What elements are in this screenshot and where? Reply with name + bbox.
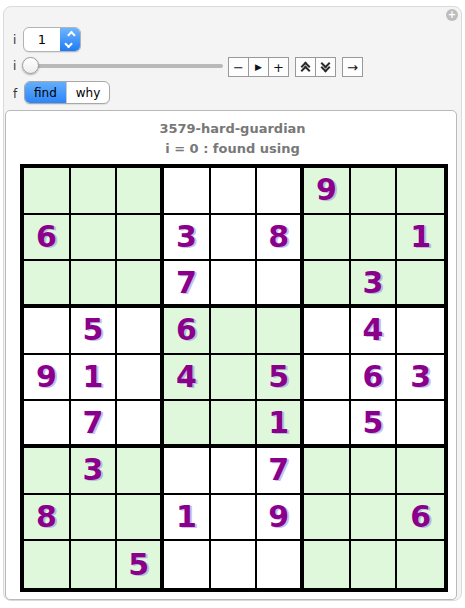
sudoku-cell-r2c9: 1 — [397, 215, 444, 262]
sudoku-cell-r1c7: 9 — [304, 168, 351, 215]
sudoku-cell-r3c5 — [211, 261, 258, 308]
sudoku-digit: 8 — [268, 222, 289, 252]
sudoku-digit: 1 — [268, 408, 289, 438]
sudoku-cell-r4c8: 4 — [351, 308, 398, 355]
sudoku-cell-r9c8 — [351, 541, 398, 588]
sudoku-cell-r8c6: 9 — [257, 495, 304, 542]
sudoku-digit: 1 — [410, 222, 431, 252]
sudoku-cell-r7c4 — [164, 448, 211, 495]
sudoku-cell-r2c2 — [71, 215, 118, 262]
sudoku-cell-r6c5 — [211, 401, 258, 448]
puzzle-title: 3579-hard-guardian — [0, 121, 465, 136]
sudoku-cell-r5c6: 5 — [257, 355, 304, 402]
sudoku-cell-r2c1: 6 — [24, 215, 71, 262]
sudoku-digit: 9 — [268, 502, 289, 532]
sudoku-cell-r6c2: 7 — [71, 401, 118, 448]
speed-button-group — [295, 57, 336, 77]
step-button-group: − ▶ + — [228, 57, 289, 77]
sudoku-cell-r8c1: 8 — [24, 495, 71, 542]
i-value-stepper[interactable]: 1 — [23, 27, 81, 52]
toggle-label: f — [13, 87, 17, 101]
sudoku-cell-r5c3 — [117, 355, 164, 402]
sudoku-cell-r3c3 — [117, 261, 164, 308]
sudoku-cell-r3c7 — [304, 261, 351, 308]
sudoku-digit: 3 — [410, 362, 431, 392]
chevron-up-icon[interactable] — [67, 31, 75, 39]
sudoku-cell-r3c6 — [257, 261, 304, 308]
sudoku-cell-r3c4: 7 — [164, 261, 211, 308]
i-slider-track[interactable] — [25, 64, 223, 68]
sudoku-digit: 9 — [36, 362, 57, 392]
sudoku-cell-r6c3 — [117, 401, 164, 448]
sudoku-digit: 1 — [176, 502, 197, 532]
sudoku-cell-r7c2: 3 — [71, 448, 118, 495]
puzzle-subtitle: i = 0 : found using — [0, 141, 465, 156]
sudoku-cell-r1c2 — [71, 168, 118, 215]
sudoku-cell-r7c7 — [304, 448, 351, 495]
sudoku-cell-r8c2 — [71, 495, 118, 542]
sudoku-cell-r5c4: 4 — [164, 355, 211, 402]
sudoku-cell-r8c5 — [211, 495, 258, 542]
animation-controls: − ▶ + → — [228, 57, 363, 77]
sudoku-cell-r4c6 — [257, 308, 304, 355]
sudoku-cell-r6c6: 1 — [257, 401, 304, 448]
sudoku-board: 96381735649145637153781965 — [20, 164, 448, 592]
sudoku-digit: 4 — [176, 362, 197, 392]
speed-up-button[interactable] — [295, 57, 316, 77]
f-toggle-bar: find why — [24, 81, 110, 104]
sudoku-cell-r2c4: 3 — [164, 215, 211, 262]
sudoku-digit: 4 — [363, 315, 384, 345]
sudoku-cell-r5c2: 1 — [71, 355, 118, 402]
slider-label: i — [13, 59, 16, 73]
toggle-option-why[interactable]: why — [66, 82, 110, 103]
sudoku-cell-r5c7 — [304, 355, 351, 402]
sudoku-cell-r7c8 — [351, 448, 398, 495]
sudoku-cell-r5c8: 6 — [351, 355, 398, 402]
sudoku-cell-r2c3 — [117, 215, 164, 262]
sudoku-digit: 7 — [176, 268, 197, 298]
sudoku-cell-r7c3 — [117, 448, 164, 495]
i-slider-thumb[interactable] — [22, 57, 39, 74]
sudoku-cell-r8c9: 6 — [397, 495, 444, 542]
sudoku-digit: 1 — [83, 362, 104, 392]
sudoku-cell-r9c4 — [164, 541, 211, 588]
sudoku-digit: 7 — [268, 455, 289, 485]
sudoku-digit: 6 — [363, 362, 384, 392]
sudoku-cell-r4c3 — [117, 308, 164, 355]
sudoku-cell-r9c3: 5 — [117, 541, 164, 588]
stepper-label: i — [13, 33, 16, 47]
sudoku-digit: 9 — [316, 175, 337, 205]
sudoku-cell-r1c8 — [351, 168, 398, 215]
sudoku-digit: 3 — [363, 268, 384, 298]
direction-button[interactable]: → — [342, 57, 363, 77]
manipulate-options-plus-icon[interactable]: + — [446, 9, 458, 21]
sudoku-cell-r9c5 — [211, 541, 258, 588]
chevron-down-icon[interactable] — [64, 40, 72, 48]
sudoku-cell-r4c2: 5 — [71, 308, 118, 355]
double-chevron-down-icon — [322, 63, 329, 71]
sudoku-cell-r3c2 — [71, 261, 118, 308]
sudoku-cell-r4c5 — [211, 308, 258, 355]
sudoku-cell-r2c7 — [304, 215, 351, 262]
sudoku-cell-r7c1 — [24, 448, 71, 495]
sudoku-cell-r2c5 — [211, 215, 258, 262]
sudoku-cell-r6c8: 5 — [351, 401, 398, 448]
sudoku-cell-r9c6 — [257, 541, 304, 588]
sudoku-digit: 5 — [128, 550, 149, 580]
sudoku-cell-r4c1 — [24, 308, 71, 355]
sudoku-digit: 3 — [83, 455, 104, 485]
sudoku-cell-r7c9 — [397, 448, 444, 495]
double-chevron-up-icon — [302, 63, 309, 71]
manipulate-widget: + i 1 i − ▶ + — [0, 0, 465, 608]
sudoku-digit: 3 — [176, 222, 197, 252]
sudoku-cell-r6c7 — [304, 401, 351, 448]
sudoku-cell-r4c4: 6 — [164, 308, 211, 355]
sudoku-digit: 6 — [410, 502, 431, 532]
toggle-option-find[interactable]: find — [25, 82, 66, 103]
sudoku-cell-r3c8: 3 — [351, 261, 398, 308]
sudoku-cell-r6c9 — [397, 401, 444, 448]
sudoku-cell-r4c9 — [397, 308, 444, 355]
speed-down-button[interactable] — [315, 57, 336, 77]
sudoku-cell-r9c9 — [397, 541, 444, 588]
sudoku-cell-r9c7 — [304, 541, 351, 588]
sudoku-cell-r5c1: 9 — [24, 355, 71, 402]
play-icon: ▶ — [255, 63, 262, 72]
sudoku-cell-r1c6 — [257, 168, 304, 215]
sudoku-cell-r8c4: 1 — [164, 495, 211, 542]
sudoku-cell-r1c1 — [24, 168, 71, 215]
step-forward-button[interactable]: + — [268, 57, 289, 77]
stepper-arrows[interactable] — [60, 28, 80, 51]
direction-button-group: → — [342, 57, 363, 77]
sudoku-cell-r6c1 — [24, 401, 71, 448]
sudoku-cell-r7c6: 7 — [257, 448, 304, 495]
sudoku-digit: 5 — [363, 408, 384, 438]
step-back-button[interactable]: − — [228, 57, 249, 77]
sudoku-cell-r1c9 — [397, 168, 444, 215]
sudoku-cell-r2c8 — [351, 215, 398, 262]
sudoku-cell-r8c8 — [351, 495, 398, 542]
sudoku-cell-r1c3 — [117, 168, 164, 215]
sudoku-digit: 5 — [83, 315, 104, 345]
sudoku-cell-r9c2 — [71, 541, 118, 588]
sudoku-cell-r3c1 — [24, 261, 71, 308]
sudoku-digit: 6 — [176, 315, 197, 345]
sudoku-digit: 7 — [83, 408, 104, 438]
sudoku-cell-r7c5 — [211, 448, 258, 495]
play-button[interactable]: ▶ — [248, 57, 269, 77]
sudoku-cell-r5c5 — [211, 355, 258, 402]
sudoku-cell-r5c9: 3 — [397, 355, 444, 402]
sudoku-cell-r3c9 — [397, 261, 444, 308]
sudoku-digit: 8 — [36, 502, 57, 532]
sudoku-cell-r8c3 — [117, 495, 164, 542]
sudoku-cell-r1c4 — [164, 168, 211, 215]
sudoku-digit: 6 — [36, 222, 57, 252]
sudoku-digit: 5 — [268, 362, 289, 392]
sudoku-cell-r4c7 — [304, 308, 351, 355]
sudoku-cell-r6c4 — [164, 401, 211, 448]
sudoku-cell-r1c5 — [211, 168, 258, 215]
stepper-value[interactable]: 1 — [24, 28, 60, 51]
sudoku-cell-r8c7 — [304, 495, 351, 542]
sudoku-cell-r9c1 — [24, 541, 71, 588]
sudoku-cell-r2c6: 8 — [257, 215, 304, 262]
